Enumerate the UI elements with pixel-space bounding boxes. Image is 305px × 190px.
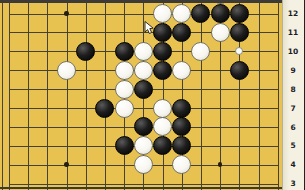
grid-vline	[278, 0, 279, 190]
row-label: 7	[283, 104, 304, 113]
star-point	[64, 11, 69, 16]
star-point	[64, 162, 69, 167]
top-frame-border	[0, 0, 304, 3]
stone-white	[134, 136, 153, 155]
row-label: 12	[283, 9, 304, 18]
stone-black	[134, 80, 153, 99]
stone-white	[211, 23, 230, 42]
grid-vline	[28, 0, 29, 190]
stone-black	[153, 42, 172, 61]
stone-white	[57, 61, 76, 80]
stone-white	[172, 4, 191, 23]
stone-white	[134, 42, 153, 61]
stone-black	[115, 136, 134, 155]
stone-black	[76, 42, 95, 61]
stone-white	[172, 61, 191, 80]
row-label: 5	[283, 141, 304, 150]
stone-black	[95, 99, 114, 118]
stone-white	[153, 99, 172, 118]
grid-hline	[9, 184, 279, 185]
grid-hline	[9, 108, 279, 109]
stone-black	[153, 23, 172, 42]
stone-black	[153, 136, 172, 155]
stone-black	[172, 23, 191, 42]
stone-white	[153, 117, 172, 136]
left-frame-border	[2, 0, 3, 190]
stone-black	[230, 4, 249, 23]
stone-black	[230, 61, 249, 80]
go-app-window: 1211109876543	[0, 0, 304, 190]
stone-white	[115, 99, 134, 118]
stone-white	[191, 42, 210, 61]
bottom-frame-border	[0, 187, 304, 190]
row-label: 11	[283, 28, 304, 37]
grid-vline	[86, 0, 87, 190]
row-label: 4	[283, 160, 304, 169]
star-point	[218, 162, 223, 167]
stone-black	[134, 117, 153, 136]
grid-vline	[47, 0, 48, 190]
stone-black	[115, 42, 134, 61]
small-white-dot-marker	[235, 47, 243, 55]
row-label-strip: 1211109876543	[282, 0, 305, 190]
stone-black	[211, 4, 230, 23]
stone-white	[115, 61, 134, 80]
row-label: 6	[283, 123, 304, 132]
grid-vline	[9, 0, 10, 190]
row-label: 10	[283, 47, 304, 56]
row-label: 8	[283, 85, 304, 94]
grid-vline	[259, 0, 260, 190]
stone-white	[172, 155, 191, 174]
stone-white	[134, 61, 153, 80]
stone-black	[230, 23, 249, 42]
row-label: 9	[283, 66, 304, 75]
stone-white	[134, 155, 153, 174]
stone-white	[115, 80, 134, 99]
stone-black	[172, 117, 191, 136]
row-label: 3	[283, 179, 304, 188]
stone-white	[153, 4, 172, 23]
grid-vline	[201, 0, 202, 190]
stone-black	[191, 4, 210, 23]
stone-black	[172, 99, 191, 118]
stone-black	[172, 136, 191, 155]
stone-black	[153, 61, 172, 80]
grid-vline	[105, 0, 106, 190]
mouse-cursor-icon	[144, 21, 155, 35]
